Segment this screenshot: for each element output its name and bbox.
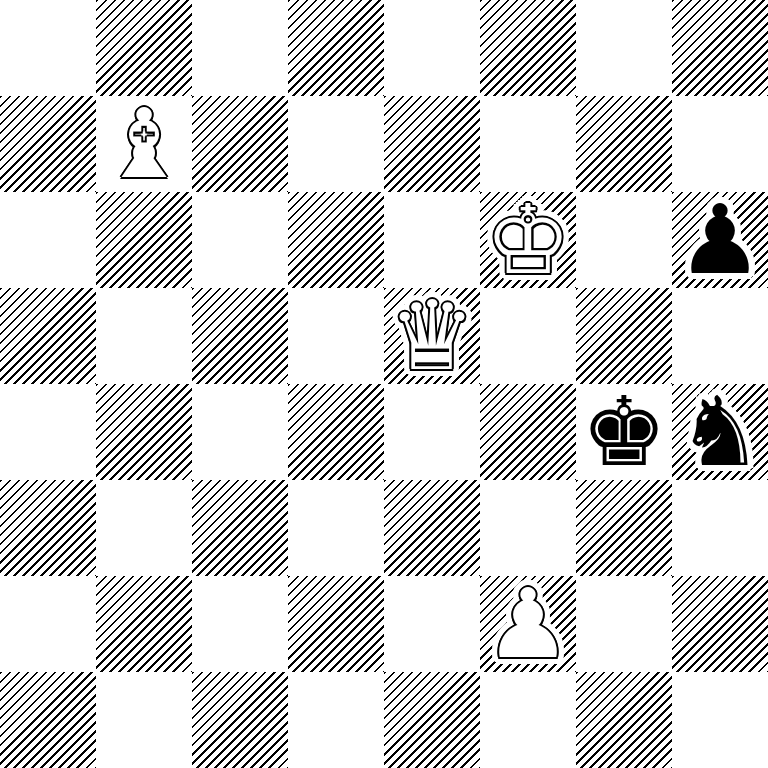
square-a3[interactable] — [0, 480, 96, 576]
square-c6[interactable] — [192, 192, 288, 288]
square-d5[interactable] — [288, 288, 384, 384]
square-e7[interactable] — [384, 96, 480, 192]
square-d7[interactable] — [288, 96, 384, 192]
square-h3[interactable] — [672, 480, 768, 576]
square-g4[interactable]: ♚ — [576, 384, 672, 480]
square-c8[interactable] — [192, 0, 288, 96]
black-king[interactable]: ♚ — [581, 384, 667, 480]
square-f4[interactable] — [480, 384, 576, 480]
white-queen[interactable]: ♛ — [389, 288, 475, 384]
square-h1[interactable] — [672, 672, 768, 768]
square-c2[interactable] — [192, 576, 288, 672]
square-b1[interactable] — [96, 672, 192, 768]
square-c3[interactable] — [192, 480, 288, 576]
square-b4[interactable] — [96, 384, 192, 480]
square-f8[interactable] — [480, 0, 576, 96]
square-g6[interactable] — [576, 192, 672, 288]
square-a7[interactable] — [0, 96, 96, 192]
square-a1[interactable] — [0, 672, 96, 768]
square-h6[interactable]: ♟ — [672, 192, 768, 288]
square-f5[interactable] — [480, 288, 576, 384]
square-d4[interactable] — [288, 384, 384, 480]
square-d1[interactable] — [288, 672, 384, 768]
square-h7[interactable] — [672, 96, 768, 192]
square-c4[interactable] — [192, 384, 288, 480]
square-e4[interactable] — [384, 384, 480, 480]
chess-board: ♝♚♟♛♚♞♟ — [0, 0, 768, 768]
square-f2[interactable]: ♟ — [480, 576, 576, 672]
square-f1[interactable] — [480, 672, 576, 768]
square-h8[interactable] — [672, 0, 768, 96]
square-e2[interactable] — [384, 576, 480, 672]
square-e3[interactable] — [384, 480, 480, 576]
square-g3[interactable] — [576, 480, 672, 576]
square-b3[interactable] — [96, 480, 192, 576]
square-e5[interactable]: ♛ — [384, 288, 480, 384]
square-f6[interactable]: ♚ — [480, 192, 576, 288]
white-king[interactable]: ♚ — [485, 192, 571, 288]
square-g2[interactable] — [576, 576, 672, 672]
white-pawn[interactable]: ♟ — [485, 576, 571, 672]
square-a6[interactable] — [0, 192, 96, 288]
square-f3[interactable] — [480, 480, 576, 576]
square-c1[interactable] — [192, 672, 288, 768]
square-g5[interactable] — [576, 288, 672, 384]
square-h5[interactable] — [672, 288, 768, 384]
square-h4[interactable]: ♞ — [672, 384, 768, 480]
white-bishop[interactable]: ♝ — [101, 96, 187, 192]
square-b7[interactable]: ♝ — [96, 96, 192, 192]
square-g1[interactable] — [576, 672, 672, 768]
square-d8[interactable] — [288, 0, 384, 96]
square-a4[interactable] — [0, 384, 96, 480]
square-d6[interactable] — [288, 192, 384, 288]
square-b8[interactable] — [96, 0, 192, 96]
black-knight[interactable]: ♞ — [677, 384, 763, 480]
square-g7[interactable] — [576, 96, 672, 192]
square-b6[interactable] — [96, 192, 192, 288]
black-pawn[interactable]: ♟ — [677, 192, 763, 288]
square-b5[interactable] — [96, 288, 192, 384]
square-d2[interactable] — [288, 576, 384, 672]
square-c5[interactable] — [192, 288, 288, 384]
square-c7[interactable] — [192, 96, 288, 192]
square-e1[interactable] — [384, 672, 480, 768]
square-d3[interactable] — [288, 480, 384, 576]
square-a2[interactable] — [0, 576, 96, 672]
square-b2[interactable] — [96, 576, 192, 672]
square-g8[interactable] — [576, 0, 672, 96]
square-e8[interactable] — [384, 0, 480, 96]
square-e6[interactable] — [384, 192, 480, 288]
square-a5[interactable] — [0, 288, 96, 384]
square-f7[interactable] — [480, 96, 576, 192]
square-h2[interactable] — [672, 576, 768, 672]
square-a8[interactable] — [0, 0, 96, 96]
